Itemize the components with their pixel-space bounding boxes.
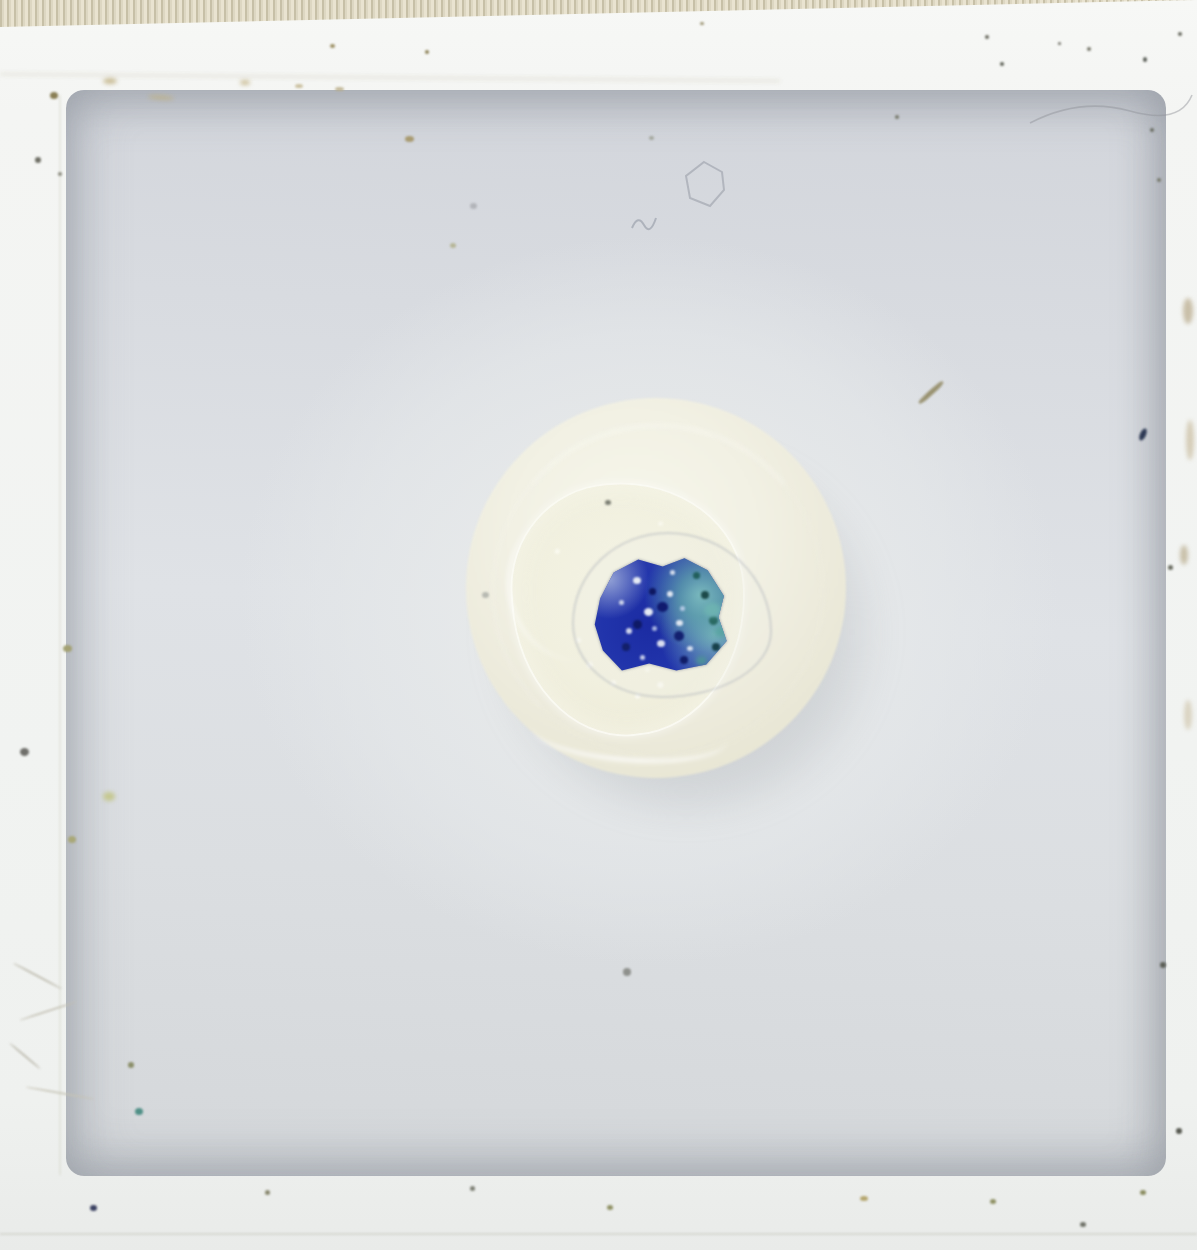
spot — [9, 1042, 41, 1069]
spot — [1138, 427, 1149, 441]
spot — [1157, 178, 1161, 182]
spot — [1184, 700, 1192, 730]
spot — [63, 645, 72, 652]
spot — [25, 1086, 94, 1100]
spot — [1143, 57, 1147, 62]
spot — [1087, 47, 1091, 51]
spot — [295, 84, 303, 88]
photo-canvas — [0, 0, 1197, 1250]
spot — [128, 1062, 134, 1068]
spot — [470, 203, 477, 209]
spot — [58, 172, 62, 176]
spot — [1000, 62, 1004, 66]
spot — [103, 792, 115, 801]
spot — [623, 968, 631, 976]
spot — [605, 500, 611, 505]
spot — [20, 748, 29, 756]
spot — [860, 1196, 868, 1201]
spot — [1180, 545, 1188, 565]
spot — [1178, 32, 1182, 36]
spot — [50, 92, 58, 99]
spot — [68, 836, 76, 843]
spot — [148, 94, 174, 101]
spot — [103, 78, 117, 84]
spot — [335, 87, 344, 91]
spot — [470, 1186, 475, 1191]
spot — [330, 44, 335, 48]
spot — [35, 157, 41, 163]
spot — [240, 80, 250, 85]
spot — [607, 1205, 613, 1210]
spot — [482, 592, 489, 598]
spot — [425, 50, 429, 54]
spot — [19, 1001, 77, 1021]
spot — [985, 35, 989, 39]
spot — [1080, 1222, 1086, 1227]
spot — [405, 136, 414, 142]
spot — [1168, 565, 1173, 570]
spot — [1176, 1128, 1182, 1134]
spot — [1140, 1190, 1146, 1195]
spot — [265, 1190, 270, 1195]
spot — [1150, 128, 1154, 132]
spot — [990, 1199, 996, 1204]
specimen-box — [0, 0, 1197, 1250]
spot — [1186, 420, 1194, 460]
spot — [1183, 298, 1193, 324]
spot — [917, 380, 944, 405]
spot — [450, 243, 456, 248]
debris-layer — [0, 0, 1197, 1250]
spot — [90, 1205, 97, 1211]
spot — [135, 1108, 143, 1115]
spot — [1160, 962, 1166, 968]
spot — [13, 962, 63, 990]
spot — [700, 22, 704, 25]
spot — [895, 115, 899, 119]
spot — [1058, 42, 1061, 45]
spot — [649, 136, 654, 140]
